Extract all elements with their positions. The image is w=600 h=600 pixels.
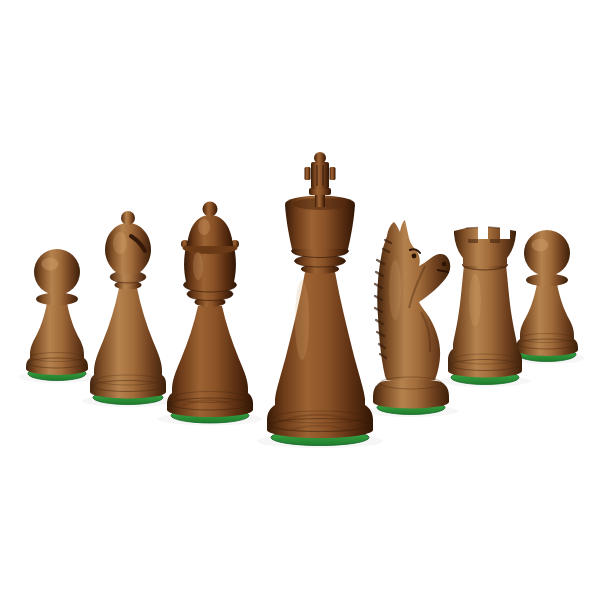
pawn-head bbox=[34, 249, 80, 295]
body-highlight bbox=[469, 274, 481, 326]
bishop-finial bbox=[121, 211, 135, 225]
finial-ball bbox=[314, 152, 326, 164]
knight-nostril bbox=[442, 262, 446, 266]
chess-pieces-photo: Seven golden sheesham wood Staunton ches… bbox=[0, 0, 600, 600]
finial-arm-left bbox=[305, 167, 311, 180]
head-highlight bbox=[532, 239, 549, 252]
crenel-shadow-left bbox=[468, 239, 478, 243]
finial-arm-right bbox=[330, 167, 336, 180]
finial-column bbox=[311, 162, 329, 189]
mitre-highlight bbox=[113, 232, 127, 254]
crown-highlight bbox=[193, 252, 203, 280]
finial-flange bbox=[309, 188, 331, 195]
stem-highlight bbox=[295, 280, 309, 360]
head-highlight bbox=[42, 258, 59, 271]
product-photo: Seven golden sheesham wood Staunton ches… bbox=[0, 0, 600, 600]
knight-eye bbox=[412, 254, 417, 259]
knight-base bbox=[373, 379, 449, 409]
crenel-shadow-right bbox=[490, 239, 500, 243]
mane-highlight bbox=[389, 260, 401, 320]
queen-finial bbox=[203, 202, 218, 217]
dome-highlight bbox=[198, 219, 210, 235]
finial-stem bbox=[315, 194, 325, 207]
pawn-head bbox=[524, 230, 570, 276]
